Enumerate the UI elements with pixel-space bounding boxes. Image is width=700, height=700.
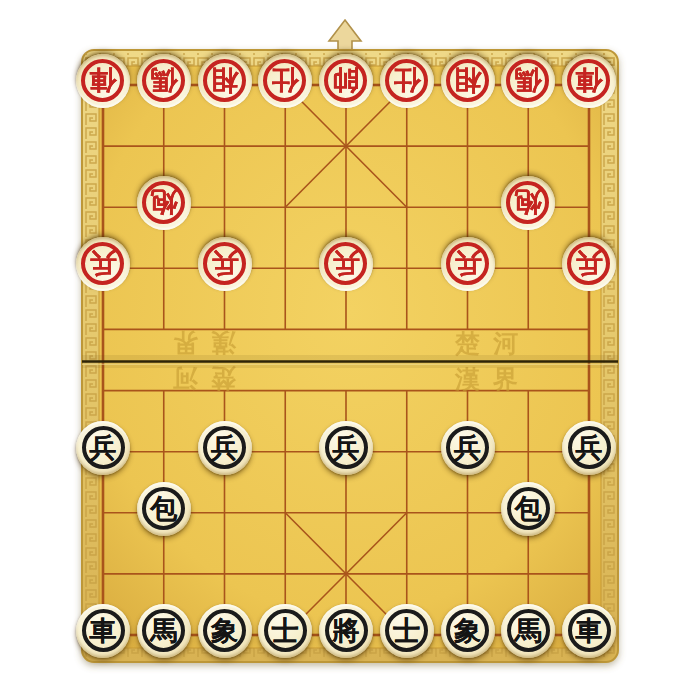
piece-black-兵-c4r6[interactable]: 兵 [319,421,373,475]
piece-character: 俥 [90,68,117,95]
piece-black-包-c7r7[interactable]: 包 [501,482,555,536]
piece-ring: 象 [446,609,489,652]
piece-ring: 兵 [82,243,125,286]
piece-black-象-c6r9[interactable]: 象 [441,604,495,658]
piece-ring: 兵 [568,426,611,469]
piece-red-相-c6r0[interactable]: 相 [441,54,495,108]
piece-red-俥-c8r0[interactable]: 俥 [562,54,616,108]
piece-ring: 炮 [507,182,550,225]
piece-ring: 包 [142,487,185,530]
piece-red-俥-c0r0[interactable]: 俥 [76,54,130,108]
piece-black-車-c8r9[interactable]: 車 [562,604,616,658]
piece-character: 象 [454,617,481,644]
piece-ring: 仕 [385,60,428,103]
piece-character: 傌 [150,68,177,95]
piece-character: 車 [90,617,117,644]
piece-red-兵-c8r3[interactable]: 兵 [562,237,616,291]
piece-character: 兵 [333,251,360,278]
piece-red-兵-c0r3[interactable]: 兵 [76,237,130,291]
piece-red-仕-c3r0[interactable]: 仕 [258,54,312,108]
piece-ring: 兵 [446,243,489,286]
piece-red-傌-c7r0[interactable]: 傌 [501,54,555,108]
piece-character: 兵 [454,434,481,461]
piece-character: 仕 [272,68,299,95]
piece-character: 兵 [90,251,117,278]
piece-red-炮-c1r2[interactable]: 炮 [137,176,191,230]
piece-ring: 傌 [142,60,185,103]
piece-red-帥-c4r0[interactable]: 帥 [319,54,373,108]
piece-character: 相 [211,68,238,95]
piece-character: 兵 [454,251,481,278]
piece-black-士-c5r9[interactable]: 士 [380,604,434,658]
piece-ring: 俥 [568,60,611,103]
piece-black-包-c1r7[interactable]: 包 [137,482,191,536]
piece-ring: 將 [325,609,368,652]
piece-black-兵-c8r6[interactable]: 兵 [562,421,616,475]
piece-ring: 車 [568,609,611,652]
piece-ring: 士 [264,609,307,652]
piece-ring: 兵 [203,243,246,286]
piece-character: 車 [576,617,603,644]
piece-ring: 兵 [325,243,368,286]
piece-red-兵-c6r3[interactable]: 兵 [441,237,495,291]
piece-ring: 帥 [325,60,368,103]
piece-black-馬-c7r9[interactable]: 馬 [501,604,555,658]
piece-ring: 仕 [264,60,307,103]
piece-character: 兵 [576,251,603,278]
piece-character: 兵 [90,434,117,461]
piece-character: 將 [333,617,360,644]
piece-character: 包 [515,495,542,522]
piece-red-炮-c7r2[interactable]: 炮 [501,176,555,230]
piece-ring: 傌 [507,60,550,103]
piece-character: 馬 [515,617,542,644]
piece-ring: 兵 [82,426,125,469]
piece-red-相-c2r0[interactable]: 相 [198,54,252,108]
piece-black-象-c2r9[interactable]: 象 [198,604,252,658]
piece-ring: 相 [203,60,246,103]
pieces-layer: 俥傌相仕帥仕相傌俥炮炮兵兵兵兵兵兵兵兵兵兵包包車馬象士將士象馬車 [0,0,700,700]
piece-ring: 象 [203,609,246,652]
piece-black-兵-c0r6[interactable]: 兵 [76,421,130,475]
piece-character: 相 [454,68,481,95]
piece-black-馬-c1r9[interactable]: 馬 [137,604,191,658]
piece-ring: 兵 [325,426,368,469]
piece-character: 兵 [333,434,360,461]
piece-ring: 兵 [203,426,246,469]
piece-red-兵-c4r3[interactable]: 兵 [319,237,373,291]
piece-character: 兵 [576,434,603,461]
piece-ring: 炮 [142,182,185,225]
piece-character: 馬 [150,617,177,644]
piece-ring: 兵 [446,426,489,469]
piece-character: 帥 [333,68,360,95]
piece-black-兵-c6r6[interactable]: 兵 [441,421,495,475]
piece-ring: 相 [446,60,489,103]
piece-ring: 車 [82,609,125,652]
piece-ring: 士 [385,609,428,652]
piece-character: 兵 [211,434,238,461]
piece-character: 士 [393,617,420,644]
piece-red-傌-c1r0[interactable]: 傌 [137,54,191,108]
piece-ring: 兵 [568,243,611,286]
piece-character: 炮 [150,190,177,217]
piece-ring: 俥 [82,60,125,103]
piece-ring: 馬 [142,609,185,652]
piece-character: 炮 [515,190,542,217]
piece-character: 俥 [576,68,603,95]
piece-character: 包 [150,495,177,522]
piece-character: 象 [211,617,238,644]
piece-black-將-c4r9[interactable]: 將 [319,604,373,658]
piece-ring: 包 [507,487,550,530]
piece-black-兵-c2r6[interactable]: 兵 [198,421,252,475]
piece-character: 傌 [515,68,542,95]
piece-black-士-c3r9[interactable]: 士 [258,604,312,658]
photo-canvas: 漢界 楚河 楚河 漢界 俥傌相仕帥仕相傌俥炮炮兵兵兵兵兵兵兵兵兵兵包包車馬象士將… [0,0,700,700]
piece-ring: 馬 [507,609,550,652]
piece-character: 兵 [211,251,238,278]
piece-red-兵-c2r3[interactable]: 兵 [198,237,252,291]
piece-character: 士 [272,617,299,644]
piece-black-車-c0r9[interactable]: 車 [76,604,130,658]
piece-red-仕-c5r0[interactable]: 仕 [380,54,434,108]
piece-character: 仕 [393,68,420,95]
